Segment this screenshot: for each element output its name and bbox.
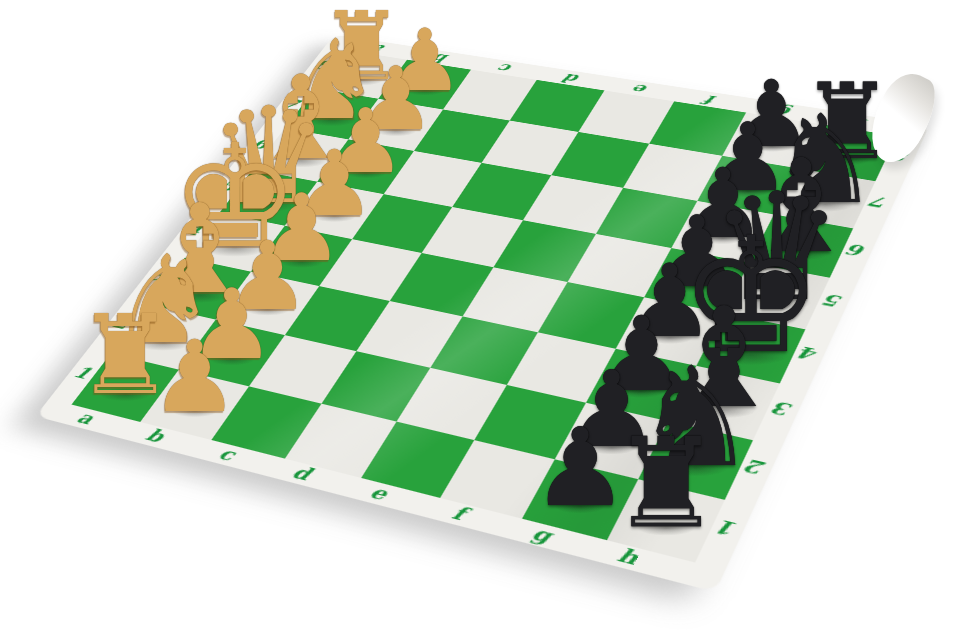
photo-scene: aabbccddeeffgghh1122334455667788 ♜♞♝♚♛♝♞… (0, 0, 954, 632)
black-rook-h1[interactable]: ♜ (611, 422, 722, 546)
white-pawn-b1[interactable]: ♟ (150, 327, 239, 426)
